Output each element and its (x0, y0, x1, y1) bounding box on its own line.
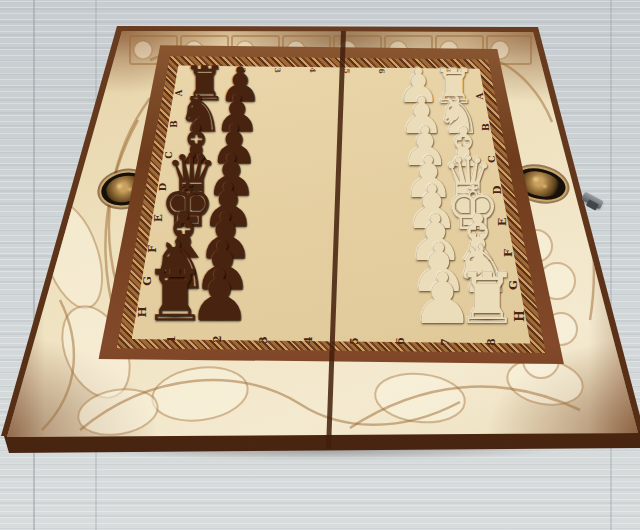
rank-label-bottom-5: 5 (349, 337, 360, 344)
rank-label-bottom-6: 6 (394, 338, 405, 345)
rank-label-top-4: 4 (308, 68, 316, 73)
rank-label-top-5: 5 (343, 68, 351, 73)
rank-label-bottom-3: 3 (257, 336, 268, 343)
piece-light-rook-h8[interactable]: ♜ (455, 265, 518, 335)
rank-label-top-6: 6 (377, 68, 385, 73)
rank-label-top-3: 3 (273, 67, 281, 72)
piece-dark-pawn-h2[interactable]: ♟ (188, 262, 251, 332)
rank-label-bottom-4: 4 (303, 337, 314, 344)
chess-set-photo: AABBCCDDEEFFGGHH1122334455667788 ♜♟♟♜♞♟♟… (0, 0, 640, 530)
